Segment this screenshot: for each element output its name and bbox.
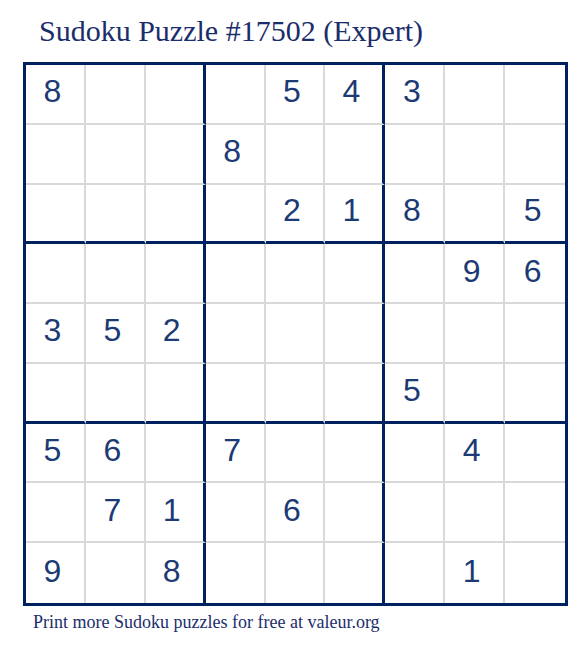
sudoku-cell xyxy=(325,424,385,484)
sudoku-cell xyxy=(86,185,146,245)
sudoku-cell xyxy=(86,364,146,424)
sudoku-cell xyxy=(325,304,385,364)
sudoku-cell xyxy=(385,483,445,543)
sudoku-cell xyxy=(505,483,565,543)
sudoku-cell xyxy=(26,125,86,185)
sudoku-cell xyxy=(385,543,445,603)
sudoku-cell xyxy=(325,125,385,185)
sudoku-cell xyxy=(505,543,565,603)
sudoku-cell xyxy=(206,65,266,125)
sudoku-cell: 1 xyxy=(445,543,505,603)
sudoku-cell xyxy=(206,244,266,304)
sudoku-cell xyxy=(266,424,326,484)
sudoku-cell xyxy=(146,244,206,304)
sudoku-cell xyxy=(146,125,206,185)
sudoku-cell xyxy=(146,364,206,424)
sudoku-cell: 1 xyxy=(325,185,385,245)
sudoku-cell: 4 xyxy=(445,424,505,484)
sudoku-cell xyxy=(206,185,266,245)
sudoku-cell: 8 xyxy=(26,65,86,125)
sudoku-cell xyxy=(385,125,445,185)
sudoku-cell xyxy=(206,543,266,603)
footer-text: Print more Sudoku puzzles for free at va… xyxy=(33,612,380,633)
sudoku-cell xyxy=(206,483,266,543)
sudoku-cell xyxy=(266,244,326,304)
sudoku-cell: 6 xyxy=(86,424,146,484)
sudoku-cell xyxy=(325,244,385,304)
sudoku-cell xyxy=(445,65,505,125)
sudoku-cell xyxy=(26,364,86,424)
sudoku-cell xyxy=(26,483,86,543)
sudoku-cell: 8 xyxy=(385,185,445,245)
sudoku-cell xyxy=(206,304,266,364)
sudoku-cell: 1 xyxy=(146,483,206,543)
sudoku-cell: 3 xyxy=(385,65,445,125)
sudoku-cell xyxy=(86,543,146,603)
sudoku-board: 8543821859635255674716981 xyxy=(23,62,568,606)
sudoku-cell: 5 xyxy=(505,185,565,245)
sudoku-page: Sudoku Puzzle #17502 (Expert) 8543821859… xyxy=(0,0,580,651)
sudoku-cell xyxy=(146,424,206,484)
sudoku-cell xyxy=(146,185,206,245)
sudoku-cell: 3 xyxy=(26,304,86,364)
sudoku-cell: 6 xyxy=(266,483,326,543)
sudoku-cell xyxy=(325,364,385,424)
sudoku-cell: 5 xyxy=(26,424,86,484)
sudoku-cell xyxy=(505,364,565,424)
sudoku-cell xyxy=(86,125,146,185)
sudoku-cell: 2 xyxy=(266,185,326,245)
sudoku-cell xyxy=(146,65,206,125)
sudoku-cell: 4 xyxy=(325,65,385,125)
sudoku-cell xyxy=(505,65,565,125)
sudoku-cell xyxy=(385,424,445,484)
sudoku-cell xyxy=(26,185,86,245)
sudoku-cell xyxy=(505,304,565,364)
sudoku-cell: 5 xyxy=(266,65,326,125)
sudoku-cell xyxy=(86,244,146,304)
sudoku-cell xyxy=(206,364,266,424)
sudoku-cell xyxy=(385,304,445,364)
sudoku-cell: 7 xyxy=(86,483,146,543)
sudoku-cell xyxy=(266,364,326,424)
sudoku-cell xyxy=(385,244,445,304)
sudoku-cell xyxy=(445,364,505,424)
puzzle-title: Sudoku Puzzle #17502 (Expert) xyxy=(39,14,423,48)
sudoku-cell: 5 xyxy=(86,304,146,364)
sudoku-cell xyxy=(325,483,385,543)
sudoku-cell xyxy=(266,125,326,185)
sudoku-cell: 2 xyxy=(146,304,206,364)
sudoku-cell xyxy=(445,304,505,364)
sudoku-cell xyxy=(325,543,385,603)
sudoku-cell: 8 xyxy=(206,125,266,185)
sudoku-cell xyxy=(445,483,505,543)
sudoku-cell: 7 xyxy=(206,424,266,484)
sudoku-cell: 6 xyxy=(505,244,565,304)
sudoku-cell xyxy=(505,424,565,484)
sudoku-cell xyxy=(86,65,146,125)
sudoku-cell xyxy=(505,125,565,185)
sudoku-cell: 8 xyxy=(146,543,206,603)
sudoku-cell xyxy=(445,185,505,245)
sudoku-cell: 5 xyxy=(385,364,445,424)
sudoku-cell: 9 xyxy=(445,244,505,304)
sudoku-cell xyxy=(266,543,326,603)
sudoku-cell xyxy=(266,304,326,364)
sudoku-cell: 9 xyxy=(26,543,86,603)
sudoku-cell xyxy=(445,125,505,185)
sudoku-cell xyxy=(26,244,86,304)
